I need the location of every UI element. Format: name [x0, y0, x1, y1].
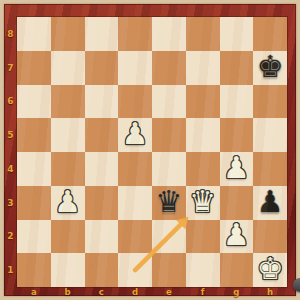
square-b7[interactable]: [51, 51, 85, 85]
square-d1[interactable]: [118, 253, 152, 287]
file-label-b: b: [51, 287, 85, 297]
piece-white-pawn[interactable]: ♟: [223, 220, 250, 250]
square-c1[interactable]: [85, 253, 119, 287]
square-c4[interactable]: [85, 152, 119, 186]
square-h3[interactable]: ♟: [253, 186, 287, 220]
square-a2[interactable]: [17, 220, 51, 254]
square-a4[interactable]: [17, 152, 51, 186]
rank-label-4: 4: [4, 152, 17, 186]
square-f5[interactable]: [186, 118, 220, 152]
square-f8[interactable]: [186, 17, 220, 51]
square-h2[interactable]: [253, 220, 287, 254]
square-c5[interactable]: [85, 118, 119, 152]
square-e2[interactable]: [152, 220, 186, 254]
piece-black-pawn[interactable]: ♟: [257, 187, 284, 217]
square-e3[interactable]: ♛: [152, 186, 186, 220]
edge-artifact: [293, 278, 300, 292]
square-e4[interactable]: [152, 152, 186, 186]
square-f3[interactable]: ♛: [186, 186, 220, 220]
square-h8[interactable]: [253, 17, 287, 51]
square-g2[interactable]: ♟: [220, 220, 254, 254]
square-e6[interactable]: [152, 85, 186, 119]
rank-label-5: 5: [4, 118, 17, 152]
square-d8[interactable]: [118, 17, 152, 51]
square-g1[interactable]: [220, 253, 254, 287]
file-label-f: f: [186, 287, 220, 297]
square-a8[interactable]: [17, 17, 51, 51]
square-g4[interactable]: ♟: [220, 152, 254, 186]
square-h7[interactable]: ♚: [253, 51, 287, 85]
square-e5[interactable]: [152, 118, 186, 152]
file-label-e: e: [152, 287, 186, 297]
square-h1[interactable]: ♚: [253, 253, 287, 287]
file-label-h: h: [253, 287, 287, 297]
square-d2[interactable]: [118, 220, 152, 254]
piece-white-pawn[interactable]: ♟: [54, 187, 81, 217]
square-c2[interactable]: [85, 220, 119, 254]
square-b5[interactable]: [51, 118, 85, 152]
piece-black-king[interactable]: ♚: [257, 52, 284, 82]
square-a1[interactable]: [17, 253, 51, 287]
rank-label-7: 7: [4, 51, 17, 85]
square-c3[interactable]: [85, 186, 119, 220]
square-h5[interactable]: [253, 118, 287, 152]
square-d7[interactable]: [118, 51, 152, 85]
rank-label-6: 6: [4, 85, 17, 119]
square-f2[interactable]: [186, 220, 220, 254]
square-b8[interactable]: [51, 17, 85, 51]
chess-app: 87654321 abcdefgh ♚♟♟♟♛♛♟♟♚: [0, 0, 300, 300]
square-a3[interactable]: [17, 186, 51, 220]
square-e1[interactable]: [152, 253, 186, 287]
rank-label-3: 3: [4, 186, 17, 220]
square-b4[interactable]: [51, 152, 85, 186]
square-g3[interactable]: [220, 186, 254, 220]
square-d5[interactable]: ♟: [118, 118, 152, 152]
piece-white-pawn[interactable]: ♟: [223, 153, 250, 183]
piece-black-queen[interactable]: ♛: [155, 187, 182, 217]
square-b6[interactable]: [51, 85, 85, 119]
square-g7[interactable]: [220, 51, 254, 85]
square-f1[interactable]: [186, 253, 220, 287]
piece-white-queen[interactable]: ♛: [189, 187, 216, 217]
square-f7[interactable]: [186, 51, 220, 85]
file-labels: abcdefgh: [17, 287, 287, 297]
chess-board: ♚♟♟♟♛♛♟♟♚: [17, 17, 287, 287]
file-label-g: g: [220, 287, 254, 297]
rank-labels: 87654321: [4, 17, 17, 287]
rank-label-1: 1: [4, 253, 17, 287]
file-label-c: c: [85, 287, 119, 297]
square-f6[interactable]: [186, 85, 220, 119]
rank-label-8: 8: [4, 17, 17, 51]
square-d6[interactable]: [118, 85, 152, 119]
file-label-d: d: [118, 287, 152, 297]
square-g6[interactable]: [220, 85, 254, 119]
rank-label-2: 2: [4, 220, 17, 254]
square-b2[interactable]: [51, 220, 85, 254]
piece-white-king[interactable]: ♚: [257, 254, 284, 284]
square-g8[interactable]: [220, 17, 254, 51]
square-h4[interactable]: [253, 152, 287, 186]
file-label-a: a: [17, 287, 51, 297]
piece-white-pawn[interactable]: ♟: [122, 119, 149, 149]
square-b1[interactable]: [51, 253, 85, 287]
square-a6[interactable]: [17, 85, 51, 119]
square-e7[interactable]: [152, 51, 186, 85]
square-d4[interactable]: [118, 152, 152, 186]
square-h6[interactable]: [253, 85, 287, 119]
square-f4[interactable]: [186, 152, 220, 186]
square-b3[interactable]: ♟: [51, 186, 85, 220]
square-a7[interactable]: [17, 51, 51, 85]
square-c8[interactable]: [85, 17, 119, 51]
square-a5[interactable]: [17, 118, 51, 152]
square-e8[interactable]: [152, 17, 186, 51]
square-c6[interactable]: [85, 85, 119, 119]
square-g5[interactable]: [220, 118, 254, 152]
square-c7[interactable]: [85, 51, 119, 85]
square-d3[interactable]: [118, 186, 152, 220]
